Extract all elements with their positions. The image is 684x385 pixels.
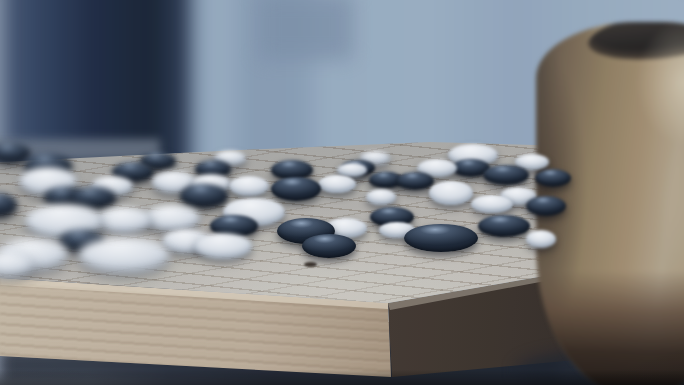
go-stone-white [526,230,556,248]
go-stone-black [302,234,356,258]
go-stone-black [396,172,434,190]
go-stone-white [194,233,252,259]
go-stone-black [180,184,228,208]
go-stone-black [0,193,17,217]
go-stone-black [483,165,529,185]
go-stone-white [229,176,269,196]
go-stone-white [144,205,200,231]
go-stone-white [78,237,170,273]
go-stone-black [535,169,571,187]
go-stone-white [366,189,396,205]
go-stone-black [404,224,478,252]
go-game-photo [0,0,684,385]
go-stone-black [271,177,321,201]
go-stone-white [429,181,473,205]
go-stone-white [96,207,152,233]
go-stone-white [471,195,513,213]
go-stone-white [318,175,356,193]
go-stone-black [526,196,566,216]
go-stone-black [478,215,530,237]
